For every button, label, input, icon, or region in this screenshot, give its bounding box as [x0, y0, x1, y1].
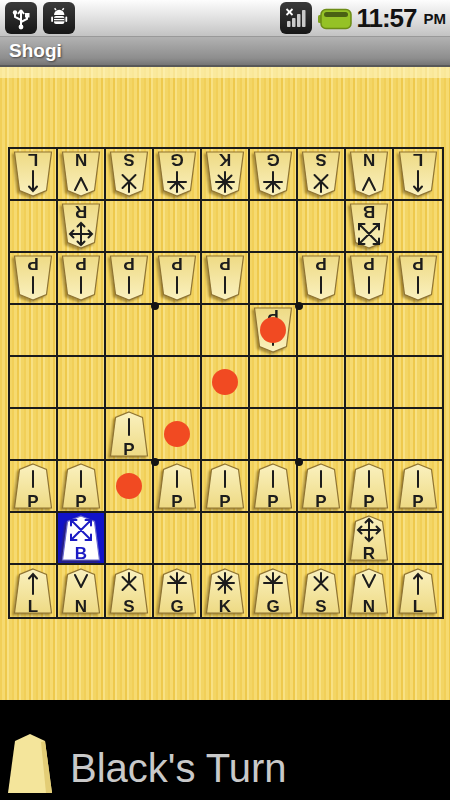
svg-text:L: L — [28, 151, 38, 169]
black-pawn-piece[interactable]: P — [13, 463, 53, 509]
svg-text:B: B — [75, 544, 87, 562]
board-square-r9c4[interactable]: G — [154, 565, 202, 617]
black-pawn-piece[interactable]: P — [349, 463, 389, 509]
board-square-r6c1[interactable] — [10, 409, 58, 461]
board-square-r1c5[interactable]: K — [202, 149, 250, 201]
board-square-r8c3[interactable] — [106, 513, 154, 565]
board-square-r1c2[interactable]: N — [58, 149, 106, 201]
black-silver-piece[interactable]: S — [301, 568, 341, 614]
black-pawn-piece[interactable]: P — [205, 463, 245, 509]
svg-text:P: P — [27, 255, 38, 273]
board-square-r7c7[interactable]: P — [298, 461, 346, 513]
board-square-r8c4[interactable] — [154, 513, 202, 565]
board-square-r9c7[interactable]: S — [298, 565, 346, 617]
white-knight-piece[interactable]: N — [349, 151, 389, 197]
svg-text:P: P — [171, 492, 182, 510]
white-pawn-piece[interactable]: P — [398, 255, 438, 301]
board-square-r7c5[interactable]: P — [202, 461, 250, 513]
board-square-r9c1[interactable]: L — [10, 565, 58, 617]
board-square-r1c8[interactable]: N — [346, 149, 394, 201]
board-square-r8c8[interactable]: R — [346, 513, 394, 565]
board-square-r2c6[interactable] — [250, 201, 298, 253]
black-king-piece[interactable]: K — [205, 568, 245, 614]
black-gold-piece[interactable]: G — [157, 568, 197, 614]
legal-move-dot[interactable] — [212, 369, 238, 395]
board-square-r6c2[interactable] — [58, 409, 106, 461]
board-square-r8c6[interactable] — [250, 513, 298, 565]
svg-text:S: S — [315, 597, 326, 615]
turn-status-text: Black's Turn — [70, 746, 287, 791]
board-square-r1c7[interactable]: S — [298, 149, 346, 201]
white-pawn-piece[interactable]: P — [61, 255, 101, 301]
title-bar: Shogi — [0, 37, 450, 67]
white-silver-piece[interactable]: S — [301, 151, 341, 197]
board-square-r8c5[interactable] — [202, 513, 250, 565]
black-pawn-piece[interactable]: P — [157, 463, 197, 509]
svg-text:L: L — [413, 151, 423, 169]
board-square-r5c3[interactable] — [106, 357, 154, 409]
black-silver-piece[interactable]: S — [109, 568, 149, 614]
white-pawn-piece[interactable]: P — [157, 255, 197, 301]
board-square-r4c7[interactable] — [298, 305, 346, 357]
board-square-r5c8[interactable] — [346, 357, 394, 409]
svg-text:L: L — [413, 597, 423, 615]
board-square-r6c9[interactable] — [394, 409, 442, 461]
board-square-r8c9[interactable] — [394, 513, 442, 565]
board-square-r2c1[interactable] — [10, 201, 58, 253]
board-square-r7c3[interactable] — [106, 461, 154, 513]
svg-text:S: S — [123, 597, 134, 615]
board-square-r9c3[interactable]: S — [106, 565, 154, 617]
board-square-r3c9[interactable]: P — [394, 253, 442, 305]
svg-text:N: N — [363, 597, 375, 615]
board-square-r8c1[interactable] — [10, 513, 58, 565]
svg-text:P: P — [315, 492, 326, 510]
svg-text:S: S — [315, 151, 326, 169]
white-knight-piece[interactable]: N — [61, 151, 101, 197]
board-square-r2c9[interactable] — [394, 201, 442, 253]
white-pawn-piece[interactable]: P — [13, 255, 53, 301]
svg-text:P: P — [219, 492, 230, 510]
board-square-r1c6[interactable]: G — [250, 149, 298, 201]
white-bishop-piece[interactable]: B — [349, 203, 389, 249]
white-king-piece[interactable]: K — [205, 151, 245, 197]
board-square-r7c4[interactable]: P — [154, 461, 202, 513]
svg-text:G: G — [266, 151, 279, 169]
legal-move-dot[interactable] — [260, 317, 286, 343]
svg-text:L: L — [28, 597, 38, 615]
board-square-r5c7[interactable] — [298, 357, 346, 409]
board-square-r3c7[interactable]: P — [298, 253, 346, 305]
board-square-r1c9[interactable]: L — [394, 149, 442, 201]
svg-text:P: P — [412, 255, 423, 273]
black-pawn-piece[interactable]: P — [301, 463, 341, 509]
white-lance-piece[interactable]: L — [398, 151, 438, 197]
black-knight-piece[interactable]: N — [61, 568, 101, 614]
wood-highlight-strip — [0, 67, 450, 78]
board-square-r1c4[interactable]: G — [154, 149, 202, 201]
board-square-r1c1[interactable]: L — [10, 149, 58, 201]
board-square-r9c8[interactable]: N — [346, 565, 394, 617]
white-pawn-piece[interactable]: P — [205, 255, 245, 301]
svg-text:P: P — [267, 492, 278, 510]
star-point — [151, 302, 159, 310]
board-square-r5c5[interactable] — [202, 357, 250, 409]
board-square-r4c6[interactable]: P — [250, 305, 298, 357]
board-square-r7c8[interactable]: P — [346, 461, 394, 513]
black-shogi-piece-icon — [6, 733, 54, 797]
svg-text:P: P — [363, 255, 374, 273]
svg-text:P: P — [412, 492, 423, 510]
board-square-r3c1[interactable]: P — [10, 253, 58, 305]
svg-text:G: G — [266, 597, 279, 615]
svg-text:P: P — [315, 255, 326, 273]
black-gold-piece[interactable]: G — [253, 568, 293, 614]
clock-meridiem: PM — [424, 10, 447, 27]
black-knight-piece[interactable]: N — [349, 568, 389, 614]
star-point — [295, 302, 303, 310]
board-square-r2c3[interactable] — [106, 201, 154, 253]
svg-text:N: N — [75, 151, 87, 169]
board-square-r9c5[interactable]: K — [202, 565, 250, 617]
battery-icon — [317, 8, 351, 29]
svg-text:R: R — [75, 203, 87, 221]
board-square-r9c6[interactable]: G — [250, 565, 298, 617]
legal-move-dot[interactable] — [116, 473, 142, 499]
white-lance-piece[interactable]: L — [13, 151, 53, 197]
white-silver-piece[interactable]: S — [109, 151, 149, 197]
black-pawn-piece[interactable]: P — [253, 463, 293, 509]
svg-text:G: G — [170, 597, 183, 615]
board-square-r8c2[interactable]: B — [58, 513, 106, 565]
board-square-r5c9[interactable] — [394, 357, 442, 409]
board-square-r4c5[interactable] — [202, 305, 250, 357]
board-square-r5c1[interactable] — [10, 357, 58, 409]
board-square-r4c2[interactable] — [58, 305, 106, 357]
svg-text:P: P — [219, 255, 230, 273]
board-square-r3c4[interactable]: P — [154, 253, 202, 305]
board-square-r4c8[interactable] — [346, 305, 394, 357]
board-square-r6c6[interactable] — [250, 409, 298, 461]
board-square-r4c3[interactable] — [106, 305, 154, 357]
black-lance-piece[interactable]: L — [398, 568, 438, 614]
svg-text:P: P — [171, 255, 182, 273]
usb-icon — [5, 2, 37, 34]
svg-text:K: K — [218, 151, 231, 169]
svg-text:P: P — [75, 255, 86, 273]
board-square-r6c4[interactable] — [154, 409, 202, 461]
board-square-r7c6[interactable]: P — [250, 461, 298, 513]
board-square-r3c5[interactable]: P — [202, 253, 250, 305]
board-square-r5c4[interactable] — [154, 357, 202, 409]
status-bar: 11:57 PM — [0, 0, 450, 37]
board-square-r8c7[interactable] — [298, 513, 346, 565]
svg-text:P: P — [123, 440, 134, 458]
no-signal-icon — [280, 2, 312, 34]
board-square-r6c7[interactable] — [298, 409, 346, 461]
white-pawn-piece[interactable]: P — [349, 255, 389, 301]
board-square-r3c2[interactable]: P — [58, 253, 106, 305]
svg-text:P: P — [363, 492, 374, 510]
black-pawn-piece[interactable]: P — [61, 463, 101, 509]
white-gold-piece[interactable]: G — [157, 151, 197, 197]
white-gold-piece[interactable]: G — [253, 151, 293, 197]
svg-text:G: G — [170, 151, 183, 169]
board-square-r2c7[interactable] — [298, 201, 346, 253]
svg-text:B: B — [363, 203, 375, 221]
clock-time: 11:57 — [356, 3, 416, 34]
svg-text:K: K — [219, 597, 232, 615]
black-rook-piece[interactable]: R — [349, 515, 389, 561]
board-square-r5c6[interactable] — [250, 357, 298, 409]
board-square-r1c3[interactable]: S — [106, 149, 154, 201]
board-square-r2c8[interactable]: B — [346, 201, 394, 253]
black-lance-piece[interactable]: L — [13, 568, 53, 614]
legal-move-dot[interactable] — [164, 421, 190, 447]
svg-text:R: R — [363, 544, 375, 562]
app-title: Shogi — [9, 40, 62, 62]
black-pawn-piece[interactable]: P — [398, 463, 438, 509]
board-square-r9c2[interactable]: N — [58, 565, 106, 617]
black-bishop-piece[interactable]: B — [61, 515, 101, 561]
board-square-r3c8[interactable]: P — [346, 253, 394, 305]
board-square-r6c5[interactable] — [202, 409, 250, 461]
board-square-r9c9[interactable]: L — [394, 565, 442, 617]
svg-text:S: S — [123, 151, 134, 169]
black-pawn-piece[interactable]: P — [109, 411, 149, 457]
svg-text:N: N — [75, 597, 87, 615]
board-square-r4c1[interactable] — [10, 305, 58, 357]
board-square-r3c6[interactable] — [250, 253, 298, 305]
svg-text:P: P — [75, 492, 86, 510]
adb-debug-icon — [43, 2, 75, 34]
svg-text:N: N — [363, 151, 375, 169]
board-square-r2c5[interactable] — [202, 201, 250, 253]
shogi-board[interactable]: LNSGKGSNLRBPPPPPPPPPPPPPPPPPPBRLNSGKGSNL — [8, 147, 444, 619]
svg-text:P: P — [27, 492, 38, 510]
board-square-r7c2[interactable]: P — [58, 461, 106, 513]
board-square-r4c4[interactable] — [154, 305, 202, 357]
board-square-r2c2[interactable]: R — [58, 201, 106, 253]
svg-text:P: P — [123, 255, 134, 273]
board-square-r4c9[interactable] — [394, 305, 442, 357]
white-pawn-piece[interactable]: P — [109, 255, 149, 301]
board-square-r2c4[interactable] — [154, 201, 202, 253]
board-square-r3c3[interactable]: P — [106, 253, 154, 305]
board-square-r7c1[interactable]: P — [10, 461, 58, 513]
board-square-r5c2[interactable] — [58, 357, 106, 409]
white-rook-piece[interactable]: R — [61, 203, 101, 249]
turn-status-bar: Black's Turn — [0, 700, 450, 800]
board-square-r7c9[interactable]: P — [394, 461, 442, 513]
board-square-r6c3[interactable]: P — [106, 409, 154, 461]
board-square-r6c8[interactable] — [346, 409, 394, 461]
white-pawn-piece[interactable]: P — [301, 255, 341, 301]
